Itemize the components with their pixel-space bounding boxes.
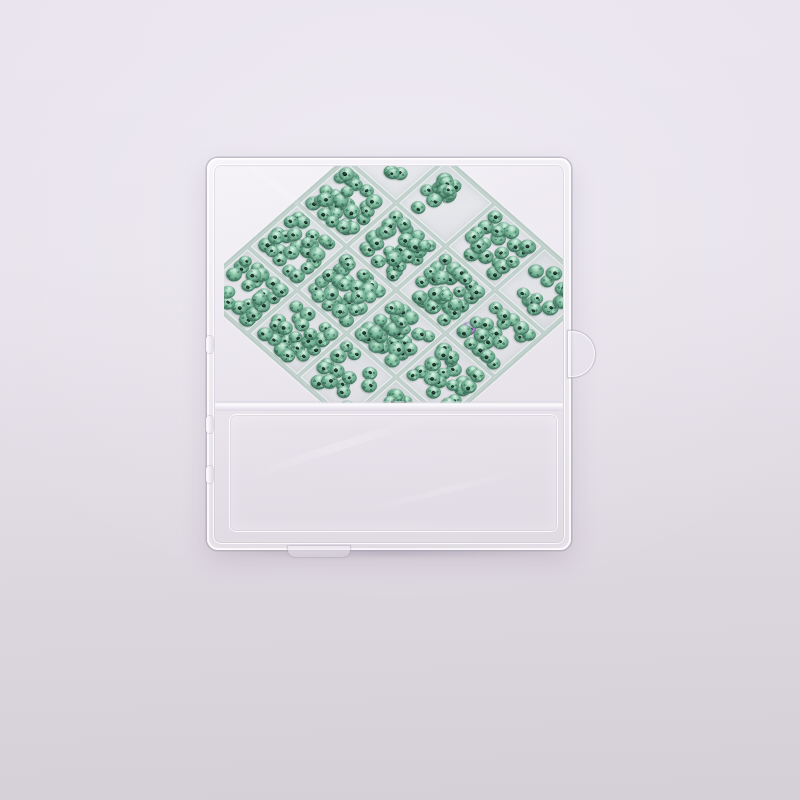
tabletop-surface: [0, 0, 800, 800]
hinge-bump: [206, 416, 213, 433]
bottom-latch-tab: [288, 546, 350, 557]
divider-rail: [215, 401, 563, 411]
compartment-section: [224, 166, 563, 403]
right-thumb-tab: [568, 331, 595, 377]
hinge-bump: [206, 466, 213, 483]
empty-bottom-compartment: [229, 414, 558, 532]
bead-organizer-box: [207, 158, 571, 550]
hinge-bump: [206, 336, 213, 353]
diamond-compartment-grid: [224, 166, 563, 403]
